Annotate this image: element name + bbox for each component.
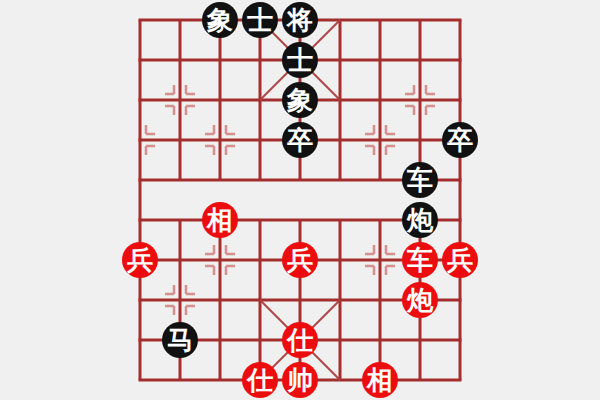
piece-red-general[interactable]: 帅 — [282, 362, 318, 398]
xiangqi-board[interactable]: 象士将士象卒卒车炮马相兵兵车兵炮仕仕帅相 — [0, 0, 600, 400]
piece-red-cannon[interactable]: 炮 — [402, 282, 438, 318]
piece-red-advisor[interactable]: 仕 — [282, 322, 318, 358]
piece-red-elephant[interactable]: 相 — [362, 362, 398, 398]
piece-black-chariot[interactable]: 车 — [402, 162, 438, 198]
piece-red-soldier[interactable]: 兵 — [442, 242, 478, 278]
piece-black-horse[interactable]: 马 — [162, 322, 198, 358]
piece-red-chariot[interactable]: 车 — [402, 242, 438, 278]
piece-red-soldier[interactable]: 兵 — [122, 242, 158, 278]
piece-black-elephant[interactable]: 象 — [202, 2, 238, 38]
piece-black-soldier[interactable]: 卒 — [282, 122, 318, 158]
piece-black-general[interactable]: 将 — [282, 2, 318, 38]
piece-red-elephant[interactable]: 相 — [202, 202, 238, 238]
piece-black-advisor[interactable]: 士 — [282, 42, 318, 78]
piece-red-advisor[interactable]: 仕 — [242, 362, 278, 398]
piece-black-advisor[interactable]: 士 — [242, 2, 278, 38]
piece-black-elephant[interactable]: 象 — [282, 82, 318, 118]
piece-red-soldier[interactable]: 兵 — [282, 242, 318, 278]
piece-black-cannon[interactable]: 炮 — [402, 202, 438, 238]
piece-black-soldier[interactable]: 卒 — [442, 122, 478, 158]
